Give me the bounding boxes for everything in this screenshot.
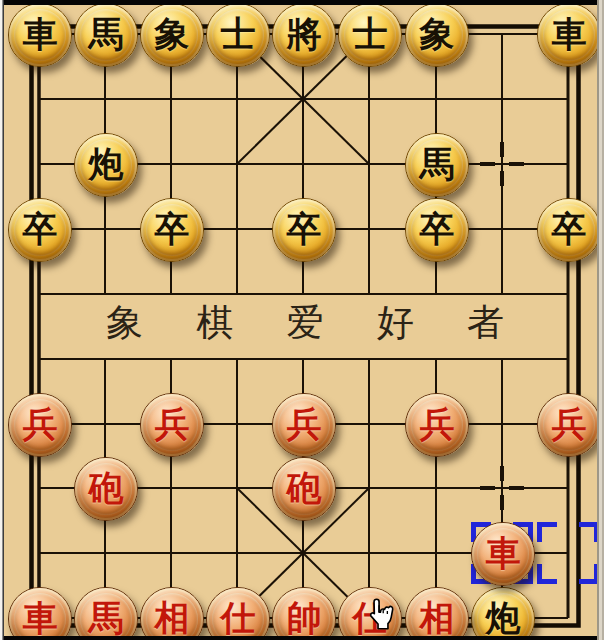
cannon-point-marker [480, 466, 524, 510]
piece-character: 將 [287, 4, 322, 66]
piece-character: 兵 [155, 394, 190, 456]
piece-character: 士 [353, 4, 388, 66]
river-text: 象 棋 爱 好 者 [106, 298, 504, 348]
piece-black-general[interactable]: 將 [272, 3, 336, 67]
piece-character: 馬 [420, 134, 455, 196]
piece-red-soldier[interactable]: 兵 [140, 393, 204, 457]
piece-character: 炮 [486, 588, 521, 640]
piece-character: 卒 [155, 199, 190, 261]
piece-character: 卒 [23, 199, 58, 261]
window-edge-right [597, 0, 604, 640]
piece-red-soldier[interactable]: 兵 [405, 393, 469, 457]
hand-cursor-icon [366, 597, 396, 635]
piece-black-advisor[interactable]: 士 [338, 3, 402, 67]
last-move-marker [537, 522, 599, 584]
piece-black-elephant[interactable]: 象 [140, 3, 204, 67]
piece-character: 象 [420, 4, 455, 66]
piece-black-horse[interactable]: 馬 [74, 3, 138, 67]
piece-character: 卒 [420, 199, 455, 261]
piece-red-cannon[interactable]: 砲 [272, 457, 336, 521]
piece-character: 砲 [287, 458, 322, 520]
piece-black-soldier[interactable]: 卒 [272, 198, 336, 262]
piece-character: 兵 [552, 394, 587, 456]
piece-red-cannon[interactable]: 砲 [74, 457, 138, 521]
piece-black-advisor[interactable]: 士 [206, 3, 270, 67]
piece-character: 相 [155, 588, 190, 640]
piece-character: 帥 [287, 588, 322, 640]
cannon-point-marker [480, 142, 524, 186]
piece-character: 馬 [89, 4, 124, 66]
river-char: 爱 [287, 298, 324, 348]
piece-black-cannon[interactable]: 炮 [74, 133, 138, 197]
piece-character: 兵 [23, 394, 58, 456]
piece-black-soldier[interactable]: 卒 [405, 198, 469, 262]
piece-character: 車 [23, 4, 58, 66]
river-char: 象 [106, 298, 143, 348]
piece-character: 炮 [89, 134, 124, 196]
piece-black-soldier[interactable]: 卒 [140, 198, 204, 262]
xiangqi-app-window: 象 棋 爱 好 者 車馬象士將士象車炮馬卒卒卒卒卒炮兵兵兵兵兵砲砲車車馬相仕帥仕… [0, 0, 604, 640]
piece-character: 車 [552, 4, 587, 66]
piece-red-chariot[interactable]: 車 [471, 522, 535, 586]
piece-character: 車 [23, 588, 58, 640]
piece-character: 相 [420, 588, 455, 640]
river-char: 者 [467, 298, 504, 348]
piece-black-elephant[interactable]: 象 [405, 3, 469, 67]
piece-red-soldier[interactable]: 兵 [8, 393, 72, 457]
piece-red-soldier[interactable]: 兵 [537, 393, 601, 457]
piece-black-soldier[interactable]: 卒 [8, 198, 72, 262]
piece-character: 卒 [287, 199, 322, 261]
piece-black-soldier[interactable]: 卒 [537, 198, 601, 262]
river-char: 棋 [196, 298, 233, 348]
window-edge-bottom [0, 636, 604, 640]
piece-character: 仕 [221, 588, 256, 640]
window-edge-top [0, 0, 604, 5]
river-char: 好 [377, 298, 414, 348]
window-edge-left [0, 0, 4, 640]
piece-character: 兵 [287, 394, 322, 456]
xiangqi-board[interactable]: 象 棋 爱 好 者 車馬象士將士象車炮馬卒卒卒卒卒炮兵兵兵兵兵砲砲車車馬相仕帥仕… [4, 5, 597, 636]
piece-character: 馬 [89, 588, 124, 640]
piece-red-soldier[interactable]: 兵 [272, 393, 336, 457]
piece-black-chariot[interactable]: 車 [8, 3, 72, 67]
piece-black-chariot[interactable]: 車 [537, 3, 601, 67]
piece-character: 象 [155, 4, 190, 66]
piece-character: 砲 [89, 458, 124, 520]
piece-character: 車 [486, 523, 521, 585]
piece-black-horse[interactable]: 馬 [405, 133, 469, 197]
piece-character: 士 [221, 4, 256, 66]
piece-character: 卒 [552, 199, 587, 261]
piece-character: 兵 [420, 394, 455, 456]
